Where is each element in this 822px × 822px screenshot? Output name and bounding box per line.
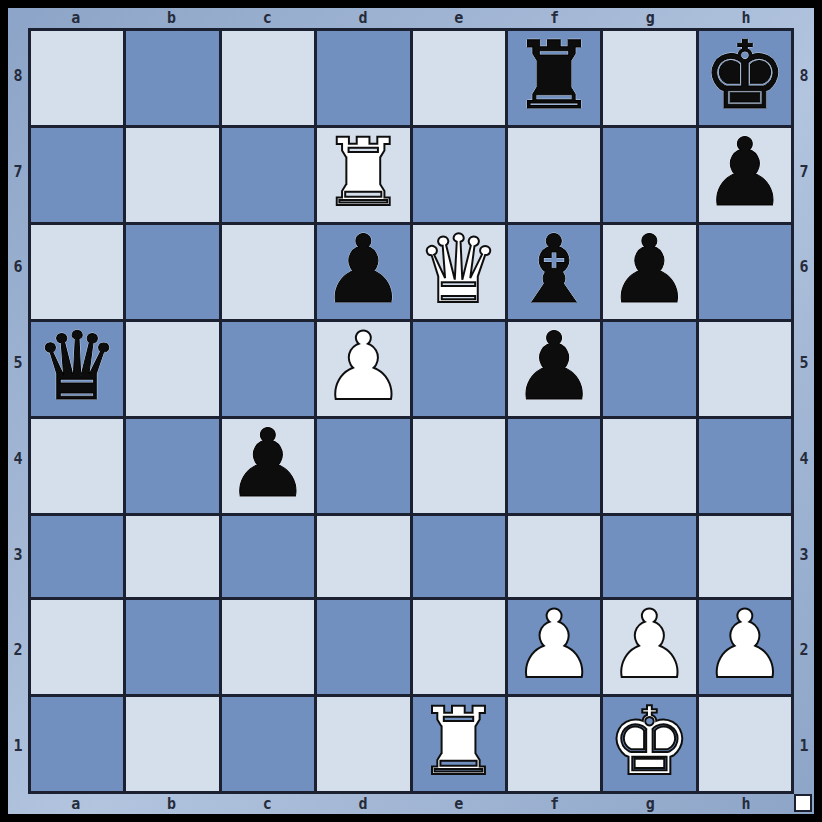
rank-label-4: 4	[794, 411, 814, 507]
piece-black-bishop-f6[interactable]: ♝	[512, 223, 596, 317]
square-h1[interactable]	[699, 697, 791, 791]
rank-label-1: 1	[794, 698, 814, 794]
square-h6[interactable]	[699, 225, 791, 319]
square-a4[interactable]	[31, 419, 123, 513]
square-g2[interactable]: ♟	[603, 600, 695, 694]
rank-label-6: 6	[794, 220, 814, 316]
square-a1[interactable]	[31, 697, 123, 791]
square-f5[interactable]: ♟	[508, 322, 600, 416]
rank-labels-right: 87654321	[794, 28, 814, 794]
rank-label-5: 5	[8, 315, 28, 411]
square-c1[interactable]	[222, 697, 314, 791]
chess-board[interactable]: ♜♚♜♟♟♛♝♟♛♟♟♟♟♟♟♜♚	[28, 28, 794, 794]
square-b8[interactable]	[126, 31, 218, 125]
file-labels-bottom: abcdefgh	[28, 794, 794, 814]
square-c4[interactable]: ♟	[222, 419, 314, 513]
rank-label-7: 7	[8, 124, 28, 220]
square-e8[interactable]	[413, 31, 505, 125]
square-b4[interactable]	[126, 419, 218, 513]
square-a7[interactable]	[31, 128, 123, 222]
file-label-e: e	[411, 794, 507, 814]
square-d2[interactable]	[317, 600, 409, 694]
rank-label-6: 6	[8, 220, 28, 316]
square-d7[interactable]: ♜	[317, 128, 409, 222]
square-b3[interactable]	[126, 516, 218, 597]
square-h3[interactable]	[699, 516, 791, 597]
rank-label-4: 4	[8, 411, 28, 507]
square-e7[interactable]	[413, 128, 505, 222]
square-a2[interactable]	[31, 600, 123, 694]
piece-white-pawn-f2[interactable]: ♟	[512, 598, 596, 692]
rank-label-3: 3	[8, 507, 28, 603]
file-label-a: a	[28, 794, 124, 814]
square-d1[interactable]	[317, 697, 409, 791]
piece-black-pawn-f5[interactable]: ♟	[512, 320, 596, 414]
piece-black-pawn-g6[interactable]: ♟	[607, 223, 691, 317]
square-e4[interactable]	[413, 419, 505, 513]
piece-black-pawn-d6[interactable]: ♟	[321, 223, 405, 317]
rank-label-8: 8	[8, 28, 28, 124]
square-h7[interactable]: ♟	[699, 128, 791, 222]
square-c6[interactable]	[222, 225, 314, 319]
square-d6[interactable]: ♟	[317, 225, 409, 319]
square-g8[interactable]	[603, 31, 695, 125]
rank-label-2: 2	[794, 603, 814, 699]
square-e5[interactable]	[413, 322, 505, 416]
square-c8[interactable]	[222, 31, 314, 125]
square-b2[interactable]	[126, 600, 218, 694]
piece-white-rook-d7[interactable]: ♜	[321, 126, 405, 220]
square-d4[interactable]	[317, 419, 409, 513]
square-f1[interactable]	[508, 697, 600, 791]
square-d5[interactable]: ♟	[317, 322, 409, 416]
square-d8[interactable]	[317, 31, 409, 125]
square-g7[interactable]	[603, 128, 695, 222]
square-f4[interactable]	[508, 419, 600, 513]
square-g5[interactable]	[603, 322, 695, 416]
square-e1[interactable]: ♜	[413, 697, 505, 791]
square-a5[interactable]: ♛	[31, 322, 123, 416]
square-e2[interactable]	[413, 600, 505, 694]
piece-black-king-h8[interactable]: ♚	[703, 29, 787, 123]
square-b5[interactable]	[126, 322, 218, 416]
square-e6[interactable]: ♛	[413, 225, 505, 319]
square-c7[interactable]	[222, 128, 314, 222]
square-c5[interactable]	[222, 322, 314, 416]
board-frame: abcdefgh abcdefgh 87654321 87654321 ♜♚♜♟…	[8, 8, 814, 814]
square-g1[interactable]: ♚	[603, 697, 695, 791]
file-label-d: d	[315, 794, 411, 814]
piece-white-king-g1[interactable]: ♚	[607, 695, 691, 789]
rank-label-1: 1	[8, 698, 28, 794]
file-label-f: f	[507, 794, 603, 814]
file-label-b: b	[124, 794, 220, 814]
square-h4[interactable]	[699, 419, 791, 513]
file-label-c: c	[220, 8, 316, 28]
piece-white-rook-e1[interactable]: ♜	[417, 695, 501, 789]
piece-white-pawn-g2[interactable]: ♟	[607, 598, 691, 692]
square-a3[interactable]	[31, 516, 123, 597]
file-label-d: d	[315, 8, 411, 28]
white-to-move-indicator	[794, 794, 812, 812]
square-a8[interactable]	[31, 31, 123, 125]
piece-black-pawn-c4[interactable]: ♟	[226, 417, 310, 511]
square-e3[interactable]	[413, 516, 505, 597]
square-g4[interactable]	[603, 419, 695, 513]
piece-white-queen-e6[interactable]: ♛	[417, 223, 501, 317]
rank-label-8: 8	[794, 28, 814, 124]
file-label-b: b	[124, 8, 220, 28]
rank-label-5: 5	[794, 315, 814, 411]
square-h5[interactable]	[699, 322, 791, 416]
square-g6[interactable]: ♟	[603, 225, 695, 319]
square-c3[interactable]	[222, 516, 314, 597]
square-d3[interactable]	[317, 516, 409, 597]
square-f2[interactable]: ♟	[508, 600, 600, 694]
file-labels-top: abcdefgh	[28, 8, 794, 28]
file-label-e: e	[411, 8, 507, 28]
piece-white-pawn-h2[interactable]: ♟	[703, 598, 787, 692]
square-c2[interactable]	[222, 600, 314, 694]
square-b1[interactable]	[126, 697, 218, 791]
square-f6[interactable]: ♝	[508, 225, 600, 319]
square-f7[interactable]	[508, 128, 600, 222]
piece-black-queen-a5[interactable]: ♛	[35, 320, 119, 414]
rank-label-3: 3	[794, 507, 814, 603]
rank-label-2: 2	[8, 603, 28, 699]
square-b7[interactable]	[126, 128, 218, 222]
piece-white-pawn-d5[interactable]: ♟	[321, 320, 405, 414]
file-label-c: c	[220, 794, 316, 814]
file-label-g: g	[603, 794, 699, 814]
square-f3[interactable]	[508, 516, 600, 597]
rank-labels-left: 87654321	[8, 28, 28, 794]
piece-black-pawn-h7[interactable]: ♟	[703, 126, 787, 220]
chess-app: abcdefgh abcdefgh 87654321 87654321 ♜♚♜♟…	[0, 0, 822, 822]
piece-black-rook-f8[interactable]: ♜	[512, 29, 596, 123]
square-h2[interactable]: ♟	[699, 600, 791, 694]
file-label-h: h	[698, 794, 794, 814]
rank-label-7: 7	[794, 124, 814, 220]
file-label-a: a	[28, 8, 124, 28]
square-a6[interactable]	[31, 225, 123, 319]
square-h8[interactable]: ♚	[699, 31, 791, 125]
square-f8[interactable]: ♜	[508, 31, 600, 125]
square-g3[interactable]	[603, 516, 695, 597]
file-label-g: g	[603, 8, 699, 28]
square-b6[interactable]	[126, 225, 218, 319]
